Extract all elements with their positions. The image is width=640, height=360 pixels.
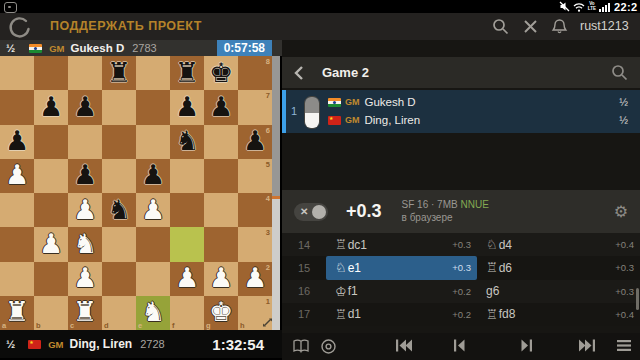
square-d2[interactable] [102, 262, 136, 296]
skip-end-icon[interactable] [578, 338, 597, 353]
white-p-g2: ♟ [209, 265, 233, 292]
move-san: e1 [348, 261, 361, 275]
square-h2[interactable]: 2♟ [238, 262, 272, 296]
chess-board[interactable]: ♜♜♚8♟♟♟♟7♟♞6♟♟♟♟5♟♞♟4♟♞3♟♟♟2♟a♜bc♜de♞fg♚… [0, 56, 272, 330]
move-eval: +0.2 [452, 286, 471, 297]
square-h8[interactable]: 8 [238, 56, 272, 90]
player-name-bottom: Ding, Liren [70, 337, 133, 351]
white-p-h2: ♟ [243, 265, 267, 292]
square-c5[interactable]: ♟ [68, 159, 102, 193]
square-a1[interactable]: a♜ [0, 296, 34, 330]
side-panel: Game 2 1 GMGukesh D½GMDing, Liren½ ✕ +0.… [282, 40, 640, 360]
signal-icon [599, 2, 611, 12]
square-d5[interactable] [102, 159, 136, 193]
next-move-icon[interactable] [520, 338, 534, 353]
game-list-player-2: GMDing, Liren½ [328, 111, 628, 129]
square-e1[interactable]: e♞ [136, 296, 170, 330]
square-h6[interactable]: 6♟ [238, 125, 272, 159]
file-label-d: d [104, 321, 109, 330]
file-label-b: b [36, 321, 41, 330]
white-p-a5: ♟ [5, 162, 29, 189]
square-e8[interactable] [136, 56, 170, 90]
black-p-c5: ♟ [73, 162, 97, 189]
white-n-e1: ♞ [141, 299, 165, 326]
square-b4[interactable] [34, 193, 68, 227]
square-f8[interactable]: ♜ [170, 56, 204, 90]
move-san: d4 [499, 238, 512, 252]
black-p-e5: ♟ [141, 162, 165, 189]
skip-start-icon[interactable] [394, 338, 413, 353]
bottom-toolbar [282, 333, 640, 360]
square-a8[interactable] [0, 56, 34, 90]
move-list: 14♖dc1+0.3♘d4+0.415♘e1+0.3♖d6+0.316♔f1+0… [282, 233, 640, 326]
square-g7[interactable]: ♟ [204, 90, 238, 124]
eval-gauge-zero-mark [272, 196, 280, 199]
rank-label-5: 5 [266, 160, 270, 169]
square-b5[interactable] [34, 159, 68, 193]
engine-toggle[interactable]: ✕ [294, 203, 328, 221]
move-black[interactable]: ♖d6+0.3 [477, 256, 640, 279]
player-title-top: GM [49, 43, 64, 54]
square-d4[interactable]: ♞ [102, 193, 136, 227]
eval-gauge-white [272, 198, 280, 330]
square-g5[interactable] [204, 159, 238, 193]
clock-top: 0:57:58 [217, 40, 272, 56]
android-status-bar: VoLTE 22:2 [0, 0, 640, 13]
rank-label-4: 4 [266, 194, 270, 203]
clock-bottom: 1:32:54 [212, 336, 264, 353]
piece-figurine: ♔ [335, 284, 347, 299]
mute-icon [559, 1, 570, 12]
piece-figurine: ♖ [335, 237, 347, 252]
player-name-top: Gukesh D [71, 42, 125, 54]
move-san: f1 [348, 284, 358, 298]
square-a7[interactable] [0, 90, 34, 124]
black-n-d4: ♞ [107, 197, 131, 224]
square-e7[interactable] [136, 90, 170, 124]
file-label-c: c [70, 321, 74, 330]
black-p-f7: ♟ [175, 94, 199, 121]
player-name: Ding, Liren [365, 114, 421, 126]
square-e3[interactable] [136, 227, 170, 261]
square-c6[interactable] [68, 125, 102, 159]
square-c2[interactable]: ♟ [68, 262, 102, 296]
square-d8[interactable]: ♜ [102, 56, 136, 90]
move-row-15: 15♘e1+0.3♖d6+0.3 [282, 256, 640, 279]
engine-bar: ✕ +0.3 SF 16 · 7MB NNUE в браузере ⚙ [282, 190, 640, 233]
eval-gauge [272, 56, 280, 330]
square-e6[interactable] [136, 125, 170, 159]
move-row-16: 16♔f1+0.2g6+0.3 [282, 280, 640, 303]
black-n-f6: ♞ [175, 128, 199, 155]
move-san: d6 [499, 261, 512, 275]
square-g2[interactable]: ♟ [204, 262, 238, 296]
move-eval: +0.3 [615, 286, 634, 297]
game-title: Game 2 [322, 65, 369, 80]
move-san: g6 [486, 284, 499, 298]
rank-label-6: 6 [266, 126, 270, 135]
scrollbar-thumb[interactable] [636, 288, 639, 310]
white-r-a1: ♜ [5, 299, 29, 326]
square-c7[interactable]: ♟ [68, 90, 102, 124]
square-c8[interactable] [68, 56, 102, 90]
game-header: Game 2 [282, 57, 640, 88]
square-g4[interactable] [204, 193, 238, 227]
app-screen: VoLTE 22:2 ПОДДЕРЖАТЬ ПРОЕКТ rus [0, 0, 640, 360]
panel-search-icon[interactable] [611, 64, 628, 81]
color-pill-icon [304, 96, 320, 129]
black-p-g7: ♟ [209, 94, 233, 121]
move-white[interactable]: ♖d1+0.2 [326, 303, 477, 326]
white-p-b3: ♟ [39, 231, 63, 258]
status-icons: VoLTE 22:2 [559, 0, 640, 13]
black-k-g8: ♚ [209, 60, 233, 87]
black-p-c7: ♟ [73, 94, 97, 121]
player-title: GM [345, 97, 360, 107]
square-f4[interactable] [170, 193, 204, 227]
move-white[interactable]: ♘e1+0.3 [326, 256, 477, 279]
flag-icon [328, 116, 341, 125]
white-k-g1: ♚ [209, 299, 233, 326]
move-san: fd8 [499, 307, 516, 321]
square-b2[interactable] [34, 262, 68, 296]
flag-bottom [28, 340, 41, 349]
square-h5[interactable]: 5 [238, 159, 272, 193]
piece-figurine: ♖ [486, 307, 498, 322]
file-label-h: h [240, 321, 245, 330]
screen-capture-icon [4, 2, 17, 13]
flag-top [29, 44, 42, 53]
target-icon[interactable] [320, 338, 337, 355]
square-a3[interactable] [0, 227, 34, 261]
move-eval: +0.3 [452, 262, 471, 273]
square-c1[interactable]: c♜ [68, 296, 102, 330]
bell-icon[interactable] [551, 18, 568, 35]
gear-icon[interactable]: ⚙ [614, 204, 628, 220]
game-list-players: GMGukesh D½GMDing, Liren½ [328, 93, 628, 129]
player-score: ½ [619, 96, 628, 108]
rank-label-2: 2 [266, 263, 270, 272]
square-g6[interactable] [204, 125, 238, 159]
move-black[interactable]: ♘d4+0.4 [477, 233, 640, 256]
move-white[interactable]: ♖dc1+0.3 [326, 233, 477, 256]
square-a5[interactable]: ♟ [0, 159, 34, 193]
player-title-bottom: GM [48, 339, 63, 350]
move-number: 17 [282, 308, 326, 320]
move-black[interactable]: ♖fd8+0.4 [477, 303, 640, 326]
move-black[interactable]: g6+0.3 [477, 280, 640, 303]
move-number: 15 [282, 262, 326, 274]
square-f2[interactable]: ♟ [170, 262, 204, 296]
black-p-b7: ♟ [39, 94, 63, 121]
app-header: ПОДДЕРЖАТЬ ПРОЕКТ rust1213 [0, 13, 640, 40]
square-b6[interactable] [34, 125, 68, 159]
move-san: dc1 [348, 238, 367, 252]
square-d7[interactable] [102, 90, 136, 124]
game-list-player-1: GMGukesh D½ [328, 93, 628, 111]
move-eval: +0.4 [615, 239, 634, 250]
status-clock: 22:2 [614, 1, 640, 13]
move-eval: +0.2 [452, 309, 471, 320]
move-row-14: 14♖dc1+0.3♘d4+0.4 [282, 233, 640, 256]
white-p-c4: ♟ [73, 197, 97, 224]
back-chevron-icon[interactable] [294, 65, 304, 81]
square-a4[interactable] [0, 193, 34, 227]
square-g1[interactable]: g♚ [204, 296, 238, 330]
rank-label-3: 3 [266, 228, 270, 237]
move-eval: +0.4 [615, 309, 634, 320]
refresh-icon[interactable] [7, 15, 31, 39]
white-p-e4: ♟ [141, 197, 165, 224]
square-f6[interactable]: ♞ [170, 125, 204, 159]
rank-label-7: 7 [266, 91, 270, 100]
white-p-f2: ♟ [175, 265, 199, 292]
square-e2[interactable] [136, 262, 170, 296]
square-g3[interactable] [204, 227, 238, 261]
square-d3[interactable] [102, 227, 136, 261]
piece-figurine: ♖ [335, 307, 347, 322]
rank-label-8: 8 [266, 57, 270, 66]
square-f3[interactable] [170, 227, 204, 261]
move-eval: +0.3 [452, 239, 471, 250]
move-white[interactable]: ♔f1+0.2 [326, 280, 477, 303]
flag-icon [328, 98, 341, 107]
square-b3[interactable]: ♟ [34, 227, 68, 261]
square-b1[interactable]: b [34, 296, 68, 330]
engine-description: SF 16 · 7MB NNUE в браузере [402, 199, 489, 224]
match-score-top: ½ [6, 42, 15, 54]
move-row-17: 17♖d1+0.2♖fd8+0.4 [282, 303, 640, 326]
square-f5[interactable] [170, 159, 204, 193]
player-rating-bottom: 2728 [140, 338, 164, 350]
move-number: 16 [282, 285, 326, 297]
square-d1[interactable]: d [102, 296, 136, 330]
square-h7[interactable]: 7 [238, 90, 272, 124]
prev-move-icon[interactable] [452, 338, 466, 353]
volte-icon: VoLTE [588, 2, 596, 11]
board-resize-icon[interactable] [261, 316, 274, 329]
square-d6[interactable] [102, 125, 136, 159]
match-score-bottom: ½ [6, 338, 15, 350]
file-label-g: g [206, 321, 211, 330]
square-a2[interactable] [0, 262, 34, 296]
engine-name: SF 16 · 7MB [402, 199, 458, 210]
move-eval: +0.3 [615, 262, 634, 273]
wifi-icon [573, 2, 585, 12]
white-n-c3: ♞ [73, 231, 97, 258]
move-number: 14 [282, 239, 326, 251]
square-e5[interactable]: ♟ [136, 159, 170, 193]
piece-figurine: ♘ [335, 260, 347, 275]
game-number: 1 [291, 105, 297, 117]
square-c3[interactable]: ♞ [68, 227, 102, 261]
challenge-x-icon[interactable] [522, 18, 539, 35]
player-name: Gukesh D [365, 96, 416, 108]
engine-eval: +0.3 [346, 201, 382, 222]
square-h3[interactable]: 3 [238, 227, 272, 261]
username[interactable]: rust1213 [580, 13, 629, 40]
search-icon[interactable] [492, 18, 509, 35]
square-f1[interactable]: f [170, 296, 204, 330]
black-p-a6: ♟ [5, 128, 29, 155]
player-score: ½ [619, 114, 628, 126]
player-bar-top: ½ GM Gukesh D 2783 0:57:58 [0, 40, 282, 56]
rank-label-1: 1 [266, 297, 270, 306]
black-r-f8: ♜ [175, 60, 199, 87]
square-f7[interactable]: ♟ [170, 90, 204, 124]
square-a6[interactable]: ♟ [0, 125, 34, 159]
player-rating-top: 2783 [132, 42, 156, 54]
player-bar-bottom: ½ GM Ding, Liren 2728 1:32:54 [0, 330, 282, 358]
square-b7[interactable]: ♟ [34, 90, 68, 124]
player-title: GM [345, 115, 360, 125]
square-c4[interactable]: ♟ [68, 193, 102, 227]
black-r-d8: ♜ [107, 60, 131, 87]
file-label-f: f [172, 321, 175, 330]
square-b8[interactable] [34, 56, 68, 90]
piece-figurine: ♖ [486, 260, 498, 275]
square-e4[interactable]: ♟ [136, 193, 170, 227]
piece-figurine: ♘ [486, 237, 498, 252]
engine-nnue-badge: NNUE [460, 199, 488, 210]
file-label-a: a [2, 321, 6, 330]
black-p-h6: ♟ [243, 128, 267, 155]
file-label-e: e [138, 321, 142, 330]
move-san: d1 [348, 307, 361, 321]
game-list-row[interactable]: 1 GMGukesh D½GMDing, Liren½ [282, 90, 640, 133]
square-g8[interactable]: ♚ [204, 56, 238, 90]
white-r-c1: ♜ [73, 299, 97, 326]
white-p-c2: ♟ [73, 265, 97, 292]
book-icon[interactable] [292, 338, 310, 355]
support-project-link[interactable]: ПОДДЕРЖАТЬ ПРОЕКТ [50, 13, 202, 40]
selected-indicator [282, 90, 286, 133]
menu-icon[interactable] [616, 338, 632, 353]
engine-mode: в браузере [402, 212, 453, 223]
square-h4[interactable]: 4 [238, 193, 272, 227]
